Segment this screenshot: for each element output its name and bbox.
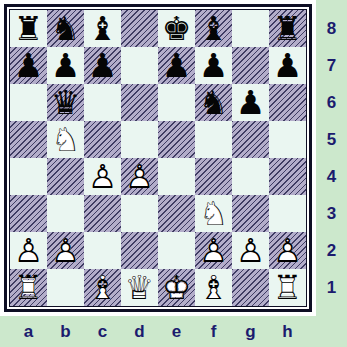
square-c6[interactable] <box>84 84 121 121</box>
rank-label-1: 1 <box>316 269 347 306</box>
square-f8[interactable]: ♝ <box>195 10 232 47</box>
square-g4[interactable] <box>232 158 269 195</box>
piece-outline: ♙ <box>232 232 269 269</box>
square-d4[interactable]: ♟♙ <box>121 158 158 195</box>
square-f3[interactable]: ♞♘ <box>195 195 232 232</box>
square-h3[interactable] <box>269 195 306 232</box>
square-g1[interactable] <box>232 269 269 306</box>
black-knight-piece[interactable]: ♞ <box>195 84 232 121</box>
square-f4[interactable] <box>195 158 232 195</box>
piece-outline: ♙ <box>10 232 47 269</box>
black-pawn-piece[interactable]: ♟ <box>269 47 306 84</box>
square-b8[interactable]: ♞ <box>47 10 84 47</box>
piece-fill: ♟ <box>158 47 195 84</box>
piece-fill: ♝ <box>84 10 121 47</box>
file-label-a: a <box>10 316 47 347</box>
square-d7[interactable] <box>121 47 158 84</box>
square-d1[interactable]: ♛♕ <box>121 269 158 306</box>
square-f6[interactable]: ♞ <box>195 84 232 121</box>
square-b4[interactable] <box>47 158 84 195</box>
square-a4[interactable] <box>10 158 47 195</box>
white-rook-piece[interactable]: ♜♖ <box>269 269 306 306</box>
piece-fill: ♟ <box>269 47 306 84</box>
square-c4[interactable]: ♟♙ <box>84 158 121 195</box>
black-king-piece[interactable]: ♚ <box>158 10 195 47</box>
square-c3[interactable] <box>84 195 121 232</box>
square-h2[interactable]: ♟♙ <box>269 232 306 269</box>
piece-outline: ♖ <box>10 269 47 306</box>
black-pawn-piece[interactable]: ♟ <box>195 47 232 84</box>
square-b5[interactable]: ♞♘ <box>47 121 84 158</box>
square-d6[interactable] <box>121 84 158 121</box>
rank-label-8: 8 <box>316 10 347 47</box>
piece-fill: ♟ <box>232 84 269 121</box>
square-h6[interactable] <box>269 84 306 121</box>
square-f5[interactable] <box>195 121 232 158</box>
square-b7[interactable]: ♟ <box>47 47 84 84</box>
black-queen-piece[interactable]: ♛ <box>47 84 84 121</box>
piece-outline: ♗ <box>195 269 232 306</box>
white-bishop-piece[interactable]: ♝♗ <box>195 269 232 306</box>
square-a1[interactable]: ♜♖ <box>10 269 47 306</box>
square-e8[interactable]: ♚ <box>158 10 195 47</box>
black-pawn-piece[interactable]: ♟ <box>10 47 47 84</box>
square-g5[interactable] <box>232 121 269 158</box>
square-b3[interactable] <box>47 195 84 232</box>
piece-outline: ♔ <box>158 269 195 306</box>
rank-label-7: 7 <box>316 47 347 84</box>
square-h7[interactable]: ♟ <box>269 47 306 84</box>
square-c7[interactable]: ♟ <box>84 47 121 84</box>
file-label-h: h <box>269 316 306 347</box>
black-pawn-piece[interactable]: ♟ <box>47 47 84 84</box>
piece-outline: ♗ <box>84 269 121 306</box>
square-b2[interactable]: ♟♙ <box>47 232 84 269</box>
white-pawn-piece[interactable]: ♟♙ <box>121 158 158 195</box>
square-h8[interactable]: ♜ <box>269 10 306 47</box>
square-e7[interactable]: ♟ <box>158 47 195 84</box>
white-pawn-piece[interactable]: ♟♙ <box>47 232 84 269</box>
white-queen-piece[interactable]: ♛♕ <box>121 269 158 306</box>
rank-label-2: 2 <box>316 232 347 269</box>
file-label-c: c <box>84 316 121 347</box>
white-knight-piece[interactable]: ♞♘ <box>195 195 232 232</box>
white-knight-piece[interactable]: ♞♘ <box>47 121 84 158</box>
white-pawn-piece[interactable]: ♟♙ <box>84 158 121 195</box>
board-frame: ♜♞♝♚♝♜♟♟♟♟♟♟♛♞♟♞♘♟♙♟♙♞♘♟♙♟♙♟♙♟♙♟♙♜♖♝♗♛♕♚… <box>4 4 312 312</box>
file-label-g: g <box>232 316 269 347</box>
square-f1[interactable]: ♝♗ <box>195 269 232 306</box>
rank-label-3: 3 <box>316 195 347 232</box>
board-plate: ♜♞♝♚♝♜♟♟♟♟♟♟♛♞♟♞♘♟♙♟♙♞♘♟♙♟♙♟♙♟♙♟♙♜♖♝♗♛♕♚… <box>0 0 316 316</box>
square-f2[interactable]: ♟♙ <box>195 232 232 269</box>
square-d5[interactable] <box>121 121 158 158</box>
square-g3[interactable] <box>232 195 269 232</box>
piece-outline: ♙ <box>269 232 306 269</box>
piece-fill: ♟ <box>195 47 232 84</box>
square-g2[interactable]: ♟♙ <box>232 232 269 269</box>
square-h5[interactable] <box>269 121 306 158</box>
white-pawn-piece[interactable]: ♟♙ <box>10 232 47 269</box>
square-c2[interactable] <box>84 232 121 269</box>
piece-outline: ♙ <box>47 232 84 269</box>
square-e6[interactable] <box>158 84 195 121</box>
white-king-piece[interactable]: ♚♔ <box>158 269 195 306</box>
square-g8[interactable] <box>232 10 269 47</box>
rank-label-5: 5 <box>316 121 347 158</box>
square-e3[interactable] <box>158 195 195 232</box>
chess-diagram: ♜♞♝♚♝♜♟♟♟♟♟♟♛♞♟♞♘♟♙♟♙♞♘♟♙♟♙♟♙♟♙♟♙♜♖♝♗♛♕♚… <box>0 0 347 347</box>
square-a2[interactable]: ♟♙ <box>10 232 47 269</box>
square-e1[interactable]: ♚♔ <box>158 269 195 306</box>
square-d3[interactable] <box>121 195 158 232</box>
piece-fill: ♜ <box>10 10 47 47</box>
piece-outline: ♙ <box>84 158 121 195</box>
white-pawn-piece[interactable]: ♟♙ <box>195 232 232 269</box>
piece-fill: ♟ <box>84 47 121 84</box>
square-c1[interactable]: ♝♗ <box>84 269 121 306</box>
file-label-f: f <box>195 316 232 347</box>
rank-label-4: 4 <box>316 158 347 195</box>
square-e4[interactable] <box>158 158 195 195</box>
black-rook-piece[interactable]: ♜ <box>10 10 47 47</box>
square-a7[interactable]: ♟ <box>10 47 47 84</box>
square-c5[interactable] <box>84 121 121 158</box>
square-a5[interactable] <box>10 121 47 158</box>
black-rook-piece[interactable]: ♜ <box>269 10 306 47</box>
piece-fill: ♞ <box>195 84 232 121</box>
white-pawn-piece[interactable]: ♟♙ <box>269 232 306 269</box>
piece-outline: ♙ <box>195 232 232 269</box>
black-pawn-piece[interactable]: ♟ <box>84 47 121 84</box>
black-knight-piece[interactable]: ♞ <box>47 10 84 47</box>
square-h1[interactable]: ♜♖ <box>269 269 306 306</box>
square-c8[interactable]: ♝ <box>84 10 121 47</box>
file-label-b: b <box>47 316 84 347</box>
black-bishop-piece[interactable]: ♝ <box>195 10 232 47</box>
square-h4[interactable] <box>269 158 306 195</box>
square-b6[interactable]: ♛ <box>47 84 84 121</box>
black-pawn-piece[interactable]: ♟ <box>232 84 269 121</box>
file-label-d: d <box>121 316 158 347</box>
file-label-e: e <box>158 316 195 347</box>
chess-board: ♜♞♝♚♝♜♟♟♟♟♟♟♛♞♟♞♘♟♙♟♙♞♘♟♙♟♙♟♙♟♙♟♙♜♖♝♗♛♕♚… <box>9 9 307 307</box>
piece-fill: ♟ <box>47 47 84 84</box>
piece-outline: ♕ <box>121 269 158 306</box>
piece-fill: ♜ <box>269 10 306 47</box>
square-g6[interactable]: ♟ <box>232 84 269 121</box>
piece-fill: ♝ <box>195 10 232 47</box>
square-a6[interactable] <box>10 84 47 121</box>
square-a3[interactable] <box>10 195 47 232</box>
piece-outline: ♖ <box>269 269 306 306</box>
square-f7[interactable]: ♟ <box>195 47 232 84</box>
square-b1[interactable] <box>47 269 84 306</box>
white-rook-piece[interactable]: ♜♖ <box>10 269 47 306</box>
piece-fill: ♞ <box>47 10 84 47</box>
square-a8[interactable]: ♜ <box>10 10 47 47</box>
black-bishop-piece[interactable]: ♝ <box>84 10 121 47</box>
white-pawn-piece[interactable]: ♟♙ <box>232 232 269 269</box>
square-g7[interactable] <box>232 47 269 84</box>
piece-fill: ♟ <box>10 47 47 84</box>
black-pawn-piece[interactable]: ♟ <box>158 47 195 84</box>
square-d8[interactable] <box>121 10 158 47</box>
square-d2[interactable] <box>121 232 158 269</box>
piece-outline: ♙ <box>121 158 158 195</box>
piece-fill: ♚ <box>158 10 195 47</box>
piece-outline: ♘ <box>195 195 232 232</box>
piece-fill: ♛ <box>47 84 84 121</box>
white-bishop-piece[interactable]: ♝♗ <box>84 269 121 306</box>
rank-label-6: 6 <box>316 84 347 121</box>
piece-outline: ♘ <box>47 121 84 158</box>
square-e2[interactable] <box>158 232 195 269</box>
square-e5[interactable] <box>158 121 195 158</box>
